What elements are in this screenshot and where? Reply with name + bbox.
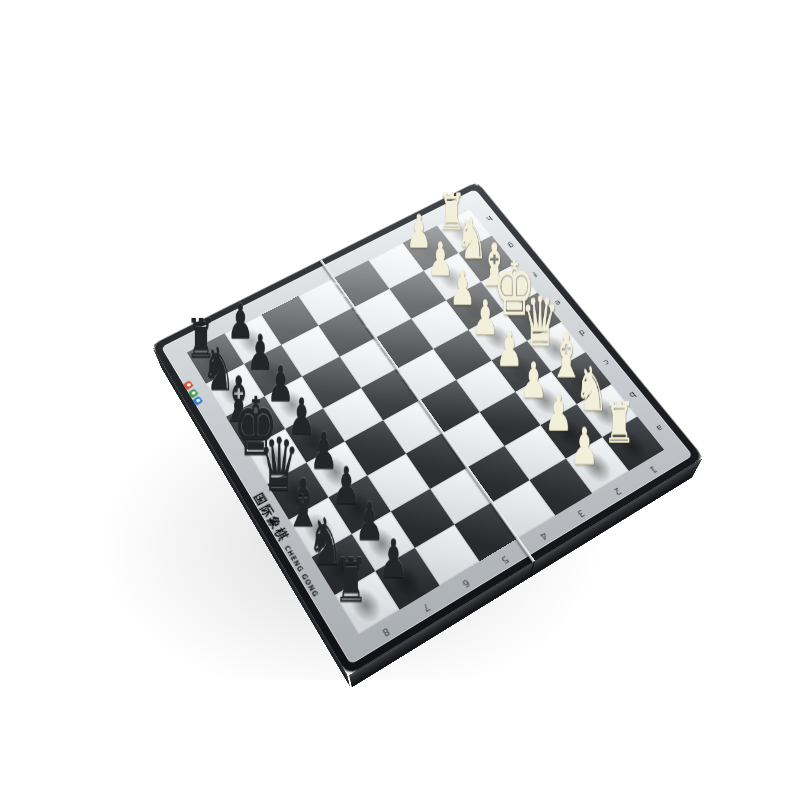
white-pawn: ♟ [546,422,623,473]
product-photo-scene: ♜♞♝♚♛♝♞♜♟♟♟♟♟♟♟♟♟♟♟♟♟♟♟♟♜♞♝♚♛♝♞♜ hgfedcb… [0,0,800,800]
black-rook: ♜ [311,551,393,612]
